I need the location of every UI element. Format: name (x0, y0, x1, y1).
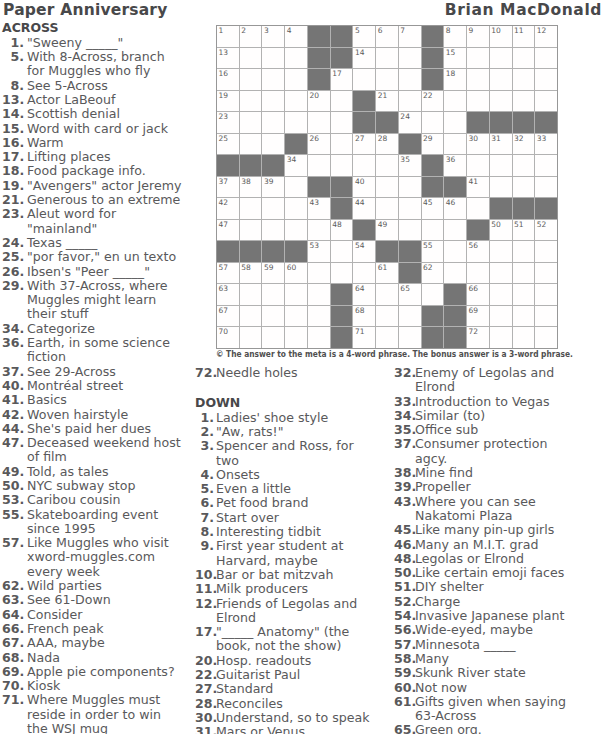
grid-cell[interactable] (513, 263, 535, 284)
clue-across-34: 34.Categorize (2, 322, 214, 336)
grid-cell[interactable] (399, 69, 421, 90)
clue-down-27: 27.Standard (195, 682, 392, 696)
grid-cell[interactable] (376, 284, 398, 305)
grid-cell[interactable] (513, 48, 535, 69)
grid-cell[interactable] (376, 198, 398, 219)
grid-cell[interactable] (535, 69, 557, 90)
grid-cell[interactable] (331, 155, 353, 176)
grid-cell[interactable] (399, 48, 421, 69)
grid-cell[interactable]: 26 (308, 134, 330, 155)
cell-number: 30 (469, 134, 479, 143)
cell-number: 34 (287, 155, 297, 164)
clue-number: 55. (2, 508, 24, 537)
cell-number: 62 (423, 263, 433, 272)
cell-number: 68 (355, 306, 365, 315)
block-cell (467, 112, 489, 133)
grid-cell[interactable] (353, 69, 375, 90)
cell-number: 53 (309, 241, 319, 250)
clue-text: Mars or Venus (216, 725, 305, 734)
grid-cell[interactable] (376, 48, 398, 69)
grid-cell[interactable] (285, 177, 307, 198)
grid-cell[interactable] (285, 306, 307, 327)
grid-cell[interactable] (513, 241, 535, 262)
grid-cell[interactable] (285, 112, 307, 133)
grid-cell[interactable]: 28 (376, 134, 398, 155)
grid-cell[interactable]: 58 (240, 263, 262, 284)
clue-across-44: 44.She's paid her dues (2, 422, 214, 436)
grid-cell[interactable]: 72 (467, 327, 489, 348)
grid-cell[interactable] (240, 198, 262, 219)
grid-cell[interactable]: 48 (331, 220, 353, 241)
grid-cell[interactable]: 60 (285, 263, 307, 284)
block-cell (444, 284, 466, 305)
grid-cell[interactable]: 23 (217, 112, 239, 133)
grid-cell[interactable] (467, 155, 489, 176)
cell-number: 72 (469, 327, 479, 336)
grid-cell[interactable] (444, 112, 466, 133)
grid-cell[interactable] (376, 155, 398, 176)
clue-number: 2. (195, 425, 214, 439)
grid-cell[interactable]: 40 (353, 177, 375, 198)
grid-cell[interactable]: 64 (353, 284, 375, 305)
grid-cell[interactable]: 6 (376, 26, 398, 47)
clue-number: 7. (195, 511, 214, 525)
grid-cell[interactable]: 70 (217, 327, 239, 348)
cell-number: 4 (287, 26, 292, 35)
across-heading: ACROSS (2, 21, 214, 35)
grid-cell[interactable]: 24 (399, 112, 421, 133)
clue-text: Introduction to Vegas (415, 395, 550, 409)
grid-cell[interactable] (262, 112, 284, 133)
clue-number: 45. (394, 523, 413, 537)
clue-text: French peak (27, 622, 104, 636)
grid-cell[interactable] (444, 263, 466, 284)
clue-number: 23. (2, 207, 24, 236)
grid-cell[interactable] (535, 327, 557, 348)
grid-cell[interactable]: 54 (353, 241, 375, 262)
grid-cell[interactable]: 8 (444, 26, 466, 47)
grid-cell[interactable] (535, 263, 557, 284)
cell-number: 42 (219, 198, 229, 207)
grid-cell[interactable] (240, 284, 262, 305)
grid-cell[interactable] (444, 220, 466, 241)
clue-text: Reconciles (216, 697, 283, 711)
grid-cell[interactable]: 7 (399, 26, 421, 47)
grid-cell[interactable] (535, 306, 557, 327)
block-cell (422, 26, 444, 47)
clue-number: 59. (394, 666, 413, 680)
grid-cell[interactable] (490, 263, 512, 284)
grid-cell[interactable] (262, 91, 284, 112)
grid-cell[interactable] (285, 327, 307, 348)
clue-number: 1. (2, 36, 24, 50)
crossword-grid[interactable]: 1234567891011121314151617181920212223242… (216, 25, 558, 349)
block-cell (331, 26, 353, 47)
grid-cell[interactable] (513, 69, 535, 90)
grid-cell[interactable]: 65 (399, 284, 421, 305)
grid-cell[interactable] (240, 327, 262, 348)
grid-cell[interactable]: 50 (490, 220, 512, 241)
clue-number: 26. (2, 265, 24, 279)
grid-cell[interactable]: 10 (490, 26, 512, 47)
grid-cell[interactable]: 66 (467, 284, 489, 305)
grid-cell[interactable]: 13 (217, 48, 239, 69)
grid-cell[interactable]: 53 (308, 241, 330, 262)
clue-across-25: 25."por favor," en un texto (2, 250, 214, 264)
grid-cell[interactable]: 31 (490, 134, 512, 155)
grid-cell[interactable]: 55 (422, 241, 444, 262)
grid-cell[interactable]: 30 (467, 134, 489, 155)
grid-cell[interactable]: 39 (262, 177, 284, 198)
down-clues-column: 72.Needle holes DOWN 1.Ladies' shoe styl… (195, 366, 392, 734)
grid-cell[interactable] (262, 306, 284, 327)
grid-cell[interactable]: 37 (217, 177, 239, 198)
grid-cell[interactable] (308, 327, 330, 348)
clue-across-57: 57.Like Muggles who visit xword-muggles.… (2, 536, 214, 579)
clue-text: Where Muggles must reside in order to wi… (27, 693, 161, 734)
grid-cell[interactable] (308, 112, 330, 133)
grid-cell[interactable] (331, 263, 353, 284)
grid-cell[interactable] (467, 91, 489, 112)
clue-number: 48. (394, 552, 413, 566)
block-cell (217, 155, 239, 176)
cell-number: 3 (264, 26, 269, 35)
down-clue-list-continued: 32.Enemy of Legolas and Elrond33.Introdu… (394, 366, 607, 734)
grid-cell[interactable]: 20 (308, 91, 330, 112)
grid-cell[interactable]: 14 (353, 48, 375, 69)
clue-text: DIY shelter (415, 580, 484, 594)
grid-cell[interactable] (308, 220, 330, 241)
grid-cell[interactable] (490, 69, 512, 90)
grid-cell[interactable] (422, 220, 444, 241)
grid-cell[interactable] (262, 284, 284, 305)
cell-number: 59 (264, 263, 274, 272)
grid-cell[interactable]: 52 (535, 220, 557, 241)
clue-down-4: 4.Onsets (195, 468, 392, 482)
clue-down-65: 65.Green org. (394, 723, 607, 734)
grid-cell[interactable] (240, 91, 262, 112)
grid-cell[interactable] (285, 198, 307, 219)
clue-down-28: 28.Reconciles (195, 697, 392, 711)
block-cell (285, 134, 307, 155)
cell-number: 5 (355, 26, 360, 35)
grid-cell[interactable] (240, 112, 262, 133)
grid-cell[interactable] (331, 134, 353, 155)
clue-across-62: 62.Wild parties (2, 579, 214, 593)
clue-number: 15. (2, 122, 24, 136)
clue-down-60: 60.Not now (394, 681, 607, 695)
grid-cell[interactable] (467, 48, 489, 69)
grid-cell[interactable] (308, 284, 330, 305)
grid-cell[interactable] (376, 177, 398, 198)
grid-cell[interactable]: 61 (376, 263, 398, 284)
clue-text: Invasive Japanese plant (415, 609, 564, 623)
clue-text: "_____ Anatomy" (the book, not the show) (216, 625, 349, 654)
clue-number: 5. (2, 50, 24, 79)
grid-cell[interactable]: 47 (217, 220, 239, 241)
clue-across-66: 66.French peak (2, 622, 214, 636)
clue-across-19: 19."Avengers" actor Jeremy (2, 179, 214, 193)
grid-cell[interactable] (285, 91, 307, 112)
grid-cell[interactable]: 25 (217, 134, 239, 155)
grid-cell[interactable] (490, 306, 512, 327)
block-cell (422, 69, 444, 90)
block-cell (399, 241, 421, 262)
clue-down-39: 39.Propeller (394, 480, 607, 494)
cell-number: 41 (469, 177, 479, 186)
grid-cell[interactable]: 59 (262, 263, 284, 284)
grid-cell[interactable]: 18 (444, 69, 466, 90)
block-cell (308, 177, 330, 198)
clue-across-41: 41.Basics (2, 393, 214, 407)
cell-number: 36 (446, 155, 456, 164)
grid-cell[interactable] (467, 69, 489, 90)
grid-cell[interactable] (262, 48, 284, 69)
grid-cell[interactable]: 46 (444, 198, 466, 219)
cell-number: 46 (446, 198, 456, 207)
clue-across-8: 8.See 5-Across (2, 79, 214, 93)
grid-cell[interactable] (262, 198, 284, 219)
grid-cell[interactable]: 43 (308, 198, 330, 219)
grid-cell[interactable]: 69 (467, 306, 489, 327)
clue-text: Like certain emoji faces (415, 566, 564, 580)
grid-cell[interactable] (331, 91, 353, 112)
clue-across-17: 17.Lifting places (2, 150, 214, 164)
grid-cell[interactable]: 67 (217, 306, 239, 327)
column-spacer (195, 380, 392, 396)
grid-cell[interactable] (535, 177, 557, 198)
grid-cell[interactable]: 71 (353, 327, 375, 348)
clue-text: Guitarist Paul (216, 668, 300, 682)
clue-down-22: 22.Guitarist Paul (195, 668, 392, 682)
grid-cell[interactable]: 12 (535, 26, 557, 47)
grid-cell[interactable] (399, 306, 421, 327)
down-clue-list: 1.Ladies' shoe style2."Aw, rats!"3.Spenc… (195, 411, 392, 734)
clue-text: Consumer protection agcy. (415, 437, 548, 466)
grid-cell[interactable]: 29 (422, 134, 444, 155)
grid-cell[interactable] (513, 327, 535, 348)
grid-cell[interactable]: 45 (422, 198, 444, 219)
grid-cell[interactable] (376, 327, 398, 348)
clue-number: 9. (195, 539, 214, 568)
clue-text: Propeller (415, 480, 471, 494)
grid-cell[interactable]: 56 (467, 241, 489, 262)
cell-number: 54 (355, 241, 365, 250)
grid-cell[interactable]: 21 (376, 91, 398, 112)
grid-cell[interactable]: 36 (444, 155, 466, 176)
grid-cell[interactable]: 9 (467, 26, 489, 47)
grid-cell[interactable]: 11 (513, 26, 535, 47)
grid-cell[interactable]: 51 (513, 220, 535, 241)
grid-cell[interactable]: 17 (331, 69, 353, 90)
grid-cell[interactable] (490, 177, 512, 198)
clue-text: See 29-Across (27, 365, 116, 379)
cell-number: 47 (219, 220, 229, 229)
cell-number: 50 (491, 220, 501, 229)
clue-down-5: 5.Even a little (195, 482, 392, 496)
grid-cell[interactable] (513, 284, 535, 305)
clue-text: Where you can see Nakatomi Plaza (415, 495, 536, 524)
grid-cell[interactable]: 38 (240, 177, 262, 198)
grid-cell[interactable] (535, 241, 557, 262)
down-clues-column-2: 32.Enemy of Legolas and Elrond33.Introdu… (394, 366, 607, 734)
grid-cell[interactable] (399, 198, 421, 219)
grid-cell[interactable]: 22 (422, 91, 444, 112)
clue-number: 36. (2, 336, 24, 365)
grid-cell[interactable]: 3 (262, 26, 284, 47)
grid-cell[interactable] (376, 306, 398, 327)
grid-cell[interactable] (513, 306, 535, 327)
clue-text: Warm (27, 136, 64, 150)
cell-number: 39 (264, 177, 274, 186)
clue-text: Woven hairstyle (27, 408, 128, 422)
grid-cell[interactable] (399, 327, 421, 348)
grid-cell[interactable] (490, 284, 512, 305)
grid-cell[interactable]: 68 (353, 306, 375, 327)
clue-number: 62. (2, 579, 24, 593)
grid-cell[interactable] (353, 263, 375, 284)
clue-number: 69. (2, 665, 24, 679)
grid-cell[interactable] (308, 155, 330, 176)
grid-cell[interactable] (467, 198, 489, 219)
cell-number: 26 (309, 134, 319, 143)
clue-text: Apple pie components? (27, 665, 175, 679)
grid-cell[interactable] (399, 177, 421, 198)
grid-cell[interactable] (331, 241, 353, 262)
grid-cell[interactable]: 4 (285, 26, 307, 47)
clue-number: 52. (394, 595, 413, 609)
grid-cell[interactable] (285, 220, 307, 241)
grid-cell[interactable]: 62 (422, 263, 444, 284)
grid-cell[interactable] (535, 284, 557, 305)
grid-cell[interactable] (240, 220, 262, 241)
clue-number: 8. (195, 525, 214, 539)
grid-cell[interactable] (262, 69, 284, 90)
grid-cell[interactable] (467, 263, 489, 284)
clue-number: 67. (2, 636, 24, 650)
clue-text: Enemy of Legolas and Elrond (415, 366, 554, 395)
grid-cell[interactable]: 42 (217, 198, 239, 219)
clue-down-12: 12.Friends of Legolas and Elrond (195, 597, 392, 626)
clue-down-48: 48.Legolas or Elrond (394, 552, 607, 566)
grid-cell[interactable] (399, 220, 421, 241)
grid-cell[interactable]: 15 (444, 48, 466, 69)
grid-cell[interactable] (490, 91, 512, 112)
clue-text: With 37-Across, where Muggles might lear… (27, 279, 168, 322)
grid-cell[interactable] (535, 155, 557, 176)
grid-cell[interactable]: 41 (467, 177, 489, 198)
grid-cell[interactable] (513, 177, 535, 198)
grid-cell[interactable] (308, 263, 330, 284)
grid-cell[interactable]: 1 (217, 26, 239, 47)
grid-cell[interactable] (240, 48, 262, 69)
grid-cell[interactable] (490, 241, 512, 262)
grid-cell[interactable] (444, 134, 466, 155)
grid-cell[interactable]: 5 (353, 26, 375, 47)
grid-cell[interactable]: 57 (217, 263, 239, 284)
grid-cell[interactable]: 2 (240, 26, 262, 47)
grid-cell[interactable] (490, 155, 512, 176)
grid-cell[interactable]: 19 (217, 91, 239, 112)
grid-cell[interactable] (513, 155, 535, 176)
clue-across-5: 5.With 8-Across, branch for Muggles who … (2, 50, 214, 79)
grid-cell[interactable] (444, 241, 466, 262)
grid-cell[interactable] (376, 69, 398, 90)
clue-number: 38. (394, 466, 413, 480)
grid-cell[interactable]: 27 (353, 134, 375, 155)
grid-cell[interactable] (240, 306, 262, 327)
block-cell (490, 198, 512, 219)
grid-cell[interactable] (490, 327, 512, 348)
grid-cell[interactable]: 32 (513, 134, 535, 155)
clue-across-18: 18.Food package info. (2, 164, 214, 178)
cell-number: 13 (219, 48, 229, 57)
grid-cell[interactable] (285, 48, 307, 69)
clue-down-17: 17."_____ Anatomy" (the book, not the sh… (195, 625, 392, 654)
grid-cell[interactable] (535, 48, 557, 69)
grid-cell[interactable] (513, 91, 535, 112)
grid-cell[interactable] (285, 69, 307, 90)
block-cell (308, 26, 330, 47)
clue-down-11: 11.Milk producers (195, 582, 392, 596)
block-cell (262, 241, 284, 262)
clue-number: 57. (394, 638, 413, 652)
grid-cell[interactable] (535, 91, 557, 112)
grid-cell[interactable] (490, 48, 512, 69)
clue-number: 5. (195, 482, 214, 496)
clue-number: 50. (394, 566, 413, 580)
clue-number: 64. (2, 608, 24, 622)
grid-cell[interactable] (240, 134, 262, 155)
clue-number: 54. (394, 609, 413, 623)
clue-number: 3. (195, 439, 214, 468)
clue-number: 57. (2, 536, 24, 579)
grid-cell[interactable] (262, 327, 284, 348)
cell-number: 37 (219, 177, 229, 186)
grid-cell[interactable] (353, 155, 375, 176)
grid-cell[interactable]: 44 (353, 198, 375, 219)
clue-across-63: 63.See 61-Down (2, 593, 214, 607)
cell-number: 61 (378, 263, 388, 272)
grid-cell[interactable] (331, 112, 353, 133)
clue-number: 72. (195, 366, 214, 380)
clue-text: Similar (to) (415, 409, 485, 423)
clue-down-6: 6.Pet food brand (195, 496, 392, 510)
grid-cell[interactable]: 33 (535, 134, 557, 155)
grid-cell[interactable] (262, 134, 284, 155)
grid-cell[interactable]: 49 (376, 220, 398, 241)
cell-number: 71 (355, 327, 365, 336)
grid-cell[interactable] (240, 69, 262, 90)
clue-down-1: 1.Ladies' shoe style (195, 411, 392, 425)
cell-number: 10 (491, 26, 501, 35)
grid-cell[interactable]: 16 (217, 69, 239, 90)
grid-cell[interactable] (262, 220, 284, 241)
grid-cell[interactable]: 35 (399, 155, 421, 176)
grid-cell[interactable] (422, 112, 444, 133)
grid-cell[interactable] (308, 306, 330, 327)
cell-number: 11 (514, 26, 524, 35)
clue-text: Lifting places (27, 150, 111, 164)
grid-cell[interactable]: 34 (285, 155, 307, 176)
grid-cell[interactable] (444, 91, 466, 112)
grid-cell[interactable]: 63 (217, 284, 239, 305)
grid-cell[interactable] (399, 91, 421, 112)
clue-number: 4. (195, 468, 214, 482)
puzzle-title: Paper Anniversary (3, 1, 168, 19)
grid-cell[interactable] (285, 284, 307, 305)
grid-cell[interactable] (422, 284, 444, 305)
